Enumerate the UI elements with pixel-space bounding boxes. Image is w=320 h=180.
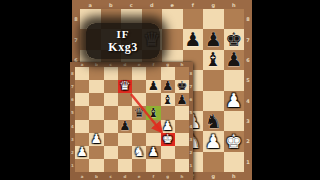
inset-square-e7 <box>132 80 146 93</box>
inset-square-a8 <box>75 67 89 80</box>
main-file-label-top-f: f <box>183 0 204 9</box>
inset-square-c3 <box>104 133 118 146</box>
inset-square-b1 <box>89 159 103 172</box>
inset-square-h6: ♟ <box>175 93 189 106</box>
caption-line-move: Kxg3 <box>108 40 137 55</box>
main-square-f7: ♟ <box>183 29 204 49</box>
main-rank-label-right-6: 6 <box>244 50 252 70</box>
inset-square-h1 <box>175 159 189 172</box>
inset-piece-white-n-e2: ♞ <box>134 146 145 159</box>
main-corner <box>244 0 252 9</box>
caption-overlay: IF Kxg3 <box>86 23 160 59</box>
inset-square-d2 <box>118 146 132 159</box>
inset-rank-label-right-8: 8 <box>189 67 193 80</box>
main-rank-label-right-5: 5 <box>244 70 252 90</box>
inset-piece-black-q-e5: ♛ <box>134 107 145 120</box>
inset-square-c1 <box>104 159 118 172</box>
inset-square-f7: ♟ <box>146 80 160 93</box>
inset-square-c8 <box>104 67 118 80</box>
main-square-h3 <box>224 111 245 131</box>
inset-file-label-bottom-g: g <box>161 172 175 180</box>
inset-square-c4 <box>104 120 118 133</box>
inset-piece-black-p-d4: ♟ <box>119 120 130 133</box>
inset-square-h5 <box>175 106 189 119</box>
inset-piece-black-b-f5: ♝ <box>148 107 159 120</box>
main-piece-black-k-h7: ♚ <box>225 30 242 49</box>
main-square-g6: ♝ <box>203 50 224 70</box>
main-square-g7: ♟ <box>203 29 224 49</box>
main-corner <box>244 172 252 180</box>
inset-square-h4 <box>175 120 189 133</box>
inset-file-label-bottom-b: b <box>89 172 103 180</box>
inset-square-e2: ♞ <box>132 146 146 159</box>
main-rank-label-right-3: 3 <box>244 111 252 131</box>
inset-corner <box>189 172 193 180</box>
inset-square-h3 <box>175 133 189 146</box>
inset-piece-white-k-g3: ♚ <box>162 133 173 146</box>
inset-piece-black-p-h6: ♟ <box>176 94 187 107</box>
main-file-label-top-d: d <box>142 0 163 9</box>
main-rank-label-right-1: 1 <box>244 152 252 172</box>
inset-piece-white-p-a2: ♟ <box>77 146 88 159</box>
inset-file-label-bottom-h: h <box>175 172 189 180</box>
main-piece-black-b-g6: ♝ <box>205 50 222 69</box>
inset-square-e8 <box>132 67 146 80</box>
inset-rank-label-right-6: 6 <box>189 93 193 106</box>
main-piece-white-p-g2: ♟ <box>205 132 222 151</box>
inset-square-e1 <box>132 159 146 172</box>
inset-square-d4: ♟ <box>118 120 132 133</box>
main-file-label-top-h: h <box>224 0 245 9</box>
caption-line-if: IF <box>117 28 130 40</box>
inset-square-c6 <box>104 93 118 106</box>
main-corner <box>72 0 80 9</box>
inset-square-b6 <box>89 93 103 106</box>
inset-square-f1 <box>146 159 160 172</box>
inset-square-a7 <box>75 80 89 93</box>
inset-square-c7 <box>104 80 118 93</box>
inset-square-b7 <box>89 80 103 93</box>
main-rank-label-left-8: 8 <box>72 9 80 29</box>
inset-square-g3: ♚ <box>161 133 175 146</box>
main-file-label-top-a: a <box>80 0 101 9</box>
main-square-h4: ♟ <box>224 91 245 111</box>
inset-analysis-board: abcdefgh887♛♟♟♚76♝♟65♛♝54♟♟43♟♚32♟♞♟211a… <box>70 62 193 180</box>
main-piece-black-p-f7: ♟ <box>184 30 201 49</box>
inset-square-e5: ♛ <box>132 106 146 119</box>
inset-square-a2: ♟ <box>75 146 89 159</box>
main-square-g4 <box>203 91 224 111</box>
inset-rank-label-right-1: 1 <box>189 159 193 172</box>
main-file-label-top-g: g <box>203 0 224 9</box>
main-square-e7 <box>162 29 183 49</box>
main-square-g3: ♞ <box>203 111 224 131</box>
main-file-label-top-b: b <box>101 0 122 9</box>
inset-piece-black-p-f7: ♟ <box>148 80 159 93</box>
inset-square-d7: ♛ <box>118 80 132 93</box>
inset-rank-label-right-7: 7 <box>189 80 193 93</box>
main-square-h2: ♚ <box>224 131 245 151</box>
inset-square-f2: ♟ <box>146 146 160 159</box>
inset-square-b5 <box>89 106 103 119</box>
main-rank-label-right-7: 7 <box>244 29 252 49</box>
inset-file-label-bottom-d: d <box>118 172 132 180</box>
main-file-label-top-c: c <box>121 0 142 9</box>
inset-square-f5: ♝ <box>146 106 160 119</box>
inset-square-d3 <box>118 133 132 146</box>
inset-rank-label-right-5: 5 <box>189 106 193 119</box>
main-rank-label-right-4: 4 <box>244 91 252 111</box>
inset-piece-white-q-d7: ♛ <box>119 80 130 93</box>
inset-piece-white-p-f2: ♟ <box>148 146 159 159</box>
inset-square-f4 <box>146 120 160 133</box>
inset-square-g2 <box>161 146 175 159</box>
inset-square-d6 <box>118 93 132 106</box>
inset-square-g6: ♝ <box>161 93 175 106</box>
inset-square-b8 <box>89 67 103 80</box>
main-square-h1 <box>224 152 245 172</box>
inset-square-d1 <box>118 159 132 172</box>
inset-square-e4 <box>132 120 146 133</box>
main-square-f8 <box>183 9 204 29</box>
inset-file-label-bottom-a: a <box>75 172 89 180</box>
inset-rank-label-right-2: 2 <box>189 146 193 159</box>
main-square-g8 <box>203 9 224 29</box>
main-rank-label-right-2: 2 <box>244 131 252 151</box>
main-square-h7: ♚ <box>224 29 245 49</box>
main-piece-white-k-h2: ♚ <box>225 132 242 151</box>
inset-square-g1 <box>161 159 175 172</box>
inset-rank-label-right-3: 3 <box>189 133 193 146</box>
main-rank-label-right-8: 8 <box>244 9 252 29</box>
main-square-h6: ♟ <box>224 50 245 70</box>
main-file-label-bottom-g: g <box>203 172 224 180</box>
inset-square-c5 <box>104 106 118 119</box>
main-piece-black-p-h6: ♟ <box>225 50 242 69</box>
main-file-label-bottom-h: h <box>224 172 245 180</box>
main-square-h5 <box>224 70 245 90</box>
inset-square-a5 <box>75 106 89 119</box>
inset-square-b2 <box>89 146 103 159</box>
inset-square-a4 <box>75 120 89 133</box>
main-rank-label-left-7: 7 <box>72 29 80 49</box>
inset-square-a1 <box>75 159 89 172</box>
main-square-g2: ♟ <box>203 131 224 151</box>
inset-square-c2 <box>104 146 118 159</box>
inset-rank-label-right-4: 4 <box>189 120 193 133</box>
main-square-h8 <box>224 9 245 29</box>
inset-file-label-bottom-f: f <box>146 172 160 180</box>
inset-square-h2 <box>175 146 189 159</box>
inset-square-a6 <box>75 93 89 106</box>
main-piece-black-n-g3: ♞ <box>205 112 222 131</box>
letterbox-left <box>0 0 72 180</box>
main-square-g1 <box>203 152 224 172</box>
video-frame: abcdefgh887♛♟♟♚76♝♟6554♟43♟♞32♞♟♚211abcd… <box>0 0 320 180</box>
inset-file-label-bottom-c: c <box>104 172 118 180</box>
main-square-e8 <box>162 9 183 29</box>
letterbox-right <box>252 0 320 180</box>
inset-file-label-bottom-e: e <box>132 172 146 180</box>
main-piece-white-p-h4: ♟ <box>225 91 242 110</box>
inset-piece-black-b-g6: ♝ <box>162 94 173 107</box>
main-file-label-top-e: e <box>162 0 183 9</box>
main-piece-black-p-g7: ♟ <box>205 30 222 49</box>
inset-piece-white-p-b3: ♟ <box>91 133 102 146</box>
inset-square-b3: ♟ <box>89 133 103 146</box>
main-square-g5 <box>203 70 224 90</box>
